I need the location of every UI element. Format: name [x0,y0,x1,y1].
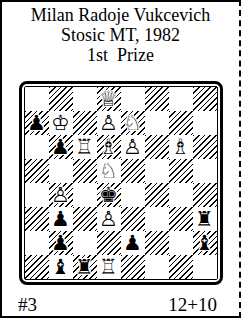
stipulation: #3 [18,294,37,316]
square-a6 [25,135,49,159]
white-knight-d5: ♞♘ [97,159,121,183]
black-piece-glyph: ♟ [49,231,73,255]
square-f2 [145,231,169,255]
white-rook-c6: ♜♖ [73,135,97,159]
square-d8: ♛♕ [97,87,121,111]
square-c7 [73,111,97,135]
black-king-d4: ♚ [97,183,121,207]
white-piece-outline: ♗ [97,135,121,159]
square-h1 [193,255,217,279]
black-piece-glyph: ♟ [121,231,145,255]
black-piece-glyph: ♜ [73,255,97,279]
square-b7: ♚♔ [49,111,73,135]
square-b8 [49,87,73,111]
square-b4: ♟♙ [49,183,73,207]
square-d7: ♟♙ [97,111,121,135]
square-d1: ♜♖ [97,255,121,279]
material-count: 12+10 [168,294,217,316]
square-g4 [169,183,193,207]
square-g2 [169,231,193,255]
square-c1: ♜ [73,255,97,279]
square-c4 [73,183,97,207]
square-g1 [169,255,193,279]
square-a3 [25,207,49,231]
square-b5 [49,159,73,183]
square-c6: ♜♖ [73,135,97,159]
white-piece-outline: ♖ [73,135,97,159]
square-f1 [145,255,169,279]
black-bishop-h2: ♝ [193,231,217,255]
black-piece-glyph: ♝ [193,231,217,255]
square-g8 [169,87,193,111]
square-g5 [169,159,193,183]
white-piece-outline: ♙ [97,111,121,135]
white-king-b7: ♚♔ [49,111,73,135]
white-rook-d1: ♜♖ [97,255,121,279]
square-b1: ♝ [49,255,73,279]
square-e6: ♟♙ [121,135,145,159]
white-pawn-d7: ♟♙ [97,111,121,135]
white-piece-outline: ♔ [49,111,73,135]
square-g7 [169,111,193,135]
square-c5 [73,159,97,183]
square-e7: ♞♘ [121,111,145,135]
square-f7 [145,111,169,135]
square-e4 [121,183,145,207]
black-bishop-b1: ♝ [49,255,73,279]
square-d5: ♞♘ [97,159,121,183]
white-piece-outline: ♕ [97,87,121,111]
square-a2 [25,231,49,255]
white-bishop-g6: ♝♗ [169,135,193,159]
square-c2 [73,231,97,255]
square-b3: ♟ [49,207,73,231]
black-piece-glyph: ♚ [97,183,121,207]
black-pawn-b2: ♟ [49,231,73,255]
chess-board: ♛♕♟♚♔♟♙♞♘♟♜♖♝♗♟♙♝♗♞♘♟♙♚♟♟♙♜♟♟♝♝♜♜♖ [25,87,217,279]
header: Milan Radoje Vukcevich Stosic MT, 1982 1… [2,5,239,65]
white-piece-outline: ♘ [121,111,145,135]
square-b6: ♟ [49,135,73,159]
black-pawn-b3: ♟ [49,207,73,231]
white-piece-outline: ♗ [169,135,193,159]
composer-name: Milan Radoje Vukcevich [2,5,239,25]
black-piece-glyph: ♟ [49,207,73,231]
square-f5 [145,159,169,183]
black-rook-c1: ♜ [73,255,97,279]
square-f4 [145,183,169,207]
square-d3: ♟♙ [97,207,121,231]
white-piece-outline: ♙ [121,135,145,159]
black-piece-glyph: ♟ [49,135,73,159]
square-e2: ♟ [121,231,145,255]
caption-row: #3 12+10 [2,294,239,316]
square-h6 [193,135,217,159]
square-e3 [121,207,145,231]
white-pawn-e6: ♟♙ [121,135,145,159]
square-b2: ♟ [49,231,73,255]
black-piece-glyph: ♜ [193,207,217,231]
chess-board-inner-border: ♛♕♟♚♔♟♙♞♘♟♜♖♝♗♟♙♝♗♞♘♟♙♚♟♟♙♜♟♟♝♝♜♜♖ [24,86,218,280]
square-e5 [121,159,145,183]
chess-board-frame: ♛♕♟♚♔♟♙♞♘♟♜♖♝♗♟♙♝♗♞♘♟♙♚♟♟♙♜♟♟♝♝♜♜♖ [19,81,223,285]
square-g6: ♝♗ [169,135,193,159]
square-c8 [73,87,97,111]
square-h5 [193,159,217,183]
square-d2 [97,231,121,255]
square-h2: ♝ [193,231,217,255]
square-d6: ♝♗ [97,135,121,159]
square-a8 [25,87,49,111]
square-a1 [25,255,49,279]
white-queen-d8: ♛♕ [97,87,121,111]
white-pawn-d3: ♟♙ [97,207,121,231]
black-pawn-a7: ♟ [25,111,49,135]
square-a7: ♟ [25,111,49,135]
black-pawn-b6: ♟ [49,135,73,159]
square-g3 [169,207,193,231]
square-f8 [145,87,169,111]
problem-card: Milan Radoje Vukcevich Stosic MT, 1982 1… [0,0,241,318]
award: 1st Prize [2,45,239,65]
square-a4 [25,183,49,207]
square-f3 [145,207,169,231]
square-e1 [121,255,145,279]
white-bishop-d6: ♝♗ [97,135,121,159]
white-piece-outline: ♙ [97,207,121,231]
white-piece-outline: ♘ [97,159,121,183]
square-c3 [73,207,97,231]
square-h7 [193,111,217,135]
white-piece-outline: ♙ [49,183,73,207]
black-rook-h3: ♜ [193,207,217,231]
square-f6 [145,135,169,159]
white-pawn-b4: ♟♙ [49,183,73,207]
black-piece-glyph: ♟ [25,111,49,135]
tourney-name: Stosic MT, 1982 [2,25,239,45]
black-piece-glyph: ♝ [49,255,73,279]
white-piece-outline: ♖ [97,255,121,279]
square-a5 [25,159,49,183]
square-d4: ♚ [97,183,121,207]
square-e8 [121,87,145,111]
square-h3: ♜ [193,207,217,231]
black-pawn-e2: ♟ [121,231,145,255]
square-h4 [193,183,217,207]
square-h8 [193,87,217,111]
white-knight-e7: ♞♘ [121,111,145,135]
